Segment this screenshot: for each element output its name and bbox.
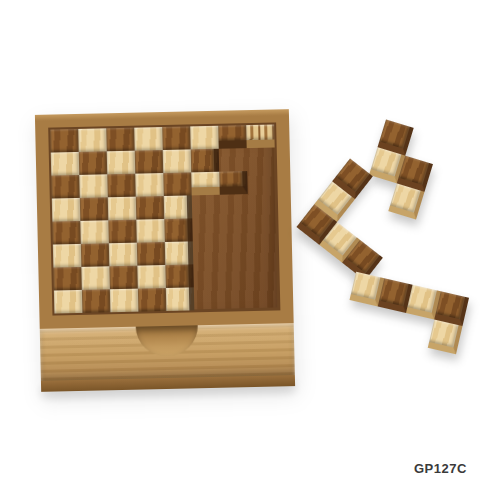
product-code-label: GP127C <box>414 461 467 476</box>
empty-cell <box>219 148 248 172</box>
board-cube-light[interactable] <box>81 266 110 290</box>
piece-cube-light <box>428 320 463 355</box>
board-cube-dark[interactable] <box>136 196 165 220</box>
board-cube-dark[interactable] <box>80 197 109 221</box>
board-cube-dark[interactable] <box>108 220 137 244</box>
empty-cell <box>248 216 277 240</box>
board-cube-light[interactable] <box>246 124 275 148</box>
board-cube-dark[interactable] <box>191 149 220 173</box>
board-cube-dark[interactable] <box>52 221 81 245</box>
board-cube-light[interactable] <box>78 128 107 152</box>
board-cube-light[interactable] <box>134 127 163 151</box>
board-cube-dark[interactable] <box>79 151 108 175</box>
loose-piece-l[interactable] <box>343 272 469 355</box>
board-cube-light[interactable] <box>136 219 165 243</box>
empty-cell <box>192 218 221 242</box>
board-cube-light[interactable] <box>137 265 166 289</box>
board-cube-light[interactable] <box>164 195 193 219</box>
board-cube-dark[interactable] <box>107 174 136 198</box>
board-cube-light[interactable] <box>135 173 164 197</box>
puzzle-box <box>35 109 295 392</box>
finger-notch <box>136 325 199 356</box>
board-cube-dark[interactable] <box>137 242 166 266</box>
empty-cell <box>247 147 276 171</box>
board-cube-light[interactable] <box>166 287 195 311</box>
board-cube-dark[interactable] <box>218 125 247 149</box>
product-photo: GP127C <box>0 0 500 500</box>
board-cube-light[interactable] <box>163 149 192 173</box>
empty-cell <box>222 286 251 310</box>
box-front-panel <box>40 323 295 381</box>
board-cube-dark[interactable] <box>50 129 79 153</box>
empty-cell <box>193 241 222 265</box>
board-cube-dark[interactable] <box>164 218 193 242</box>
board-cube-light[interactable] <box>110 289 139 313</box>
board-cube-dark[interactable] <box>219 171 248 195</box>
board-cube-light[interactable] <box>51 152 80 176</box>
board-cube-dark[interactable] <box>165 264 194 288</box>
empty-cell <box>193 264 222 288</box>
board-cube-light[interactable] <box>109 243 138 267</box>
board-cube-light[interactable] <box>52 198 81 222</box>
empty-cell <box>220 194 249 218</box>
empty-cell <box>249 239 278 263</box>
board-cube-light[interactable] <box>108 197 137 221</box>
board-cube-light[interactable] <box>191 172 220 196</box>
board-cube-dark[interactable] <box>163 172 192 196</box>
board-cube-light[interactable] <box>190 126 219 150</box>
empty-cell <box>220 217 249 241</box>
empty-cell <box>221 263 250 287</box>
board-cube-light[interactable] <box>165 241 194 265</box>
empty-cell <box>249 262 278 286</box>
board-cube-light[interactable] <box>53 244 82 268</box>
board-cube-light[interactable] <box>54 290 83 314</box>
tray-frame <box>35 109 294 329</box>
board-cube-dark[interactable] <box>109 266 138 290</box>
board-grid <box>50 124 278 313</box>
board-cube-light[interactable] <box>107 151 136 175</box>
board-cube-dark[interactable] <box>81 243 110 267</box>
board-cube-dark[interactable] <box>162 126 191 150</box>
empty-cell <box>221 240 250 264</box>
board-cube-dark[interactable] <box>82 289 111 313</box>
empty-cell <box>248 193 277 217</box>
empty-cell <box>250 285 279 309</box>
board-cube-light[interactable] <box>79 174 108 198</box>
empty-cell <box>247 170 276 194</box>
empty-cell <box>194 287 223 311</box>
empty-cell <box>192 195 221 219</box>
board-cube-dark[interactable] <box>106 128 135 152</box>
board-cube-light[interactable] <box>80 220 109 244</box>
board-cube-dark[interactable] <box>138 288 167 312</box>
board-cube-dark[interactable] <box>53 267 82 291</box>
board-cube-dark[interactable] <box>135 150 164 174</box>
board-cube-dark[interactable] <box>51 175 80 199</box>
